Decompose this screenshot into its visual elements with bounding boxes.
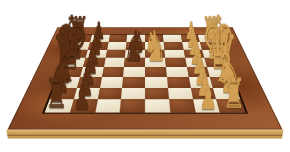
piece-black-pawn[interactable]: ♟ [73,81,91,114]
square-a3[interactable] [169,99,195,112]
square-d6[interactable] [102,67,125,77]
square-d3[interactable] [166,67,189,77]
square-a5[interactable] [120,99,145,112]
square-d4[interactable] [145,67,167,77]
square-b4[interactable] [145,88,169,100]
square-b3[interactable] [168,88,193,100]
square-c6[interactable] [100,77,124,88]
piece-white-rook[interactable]: ♜ [222,73,245,114]
square-e5[interactable]: ♞ [124,58,145,67]
square-c5[interactable] [122,77,145,88]
square-a7[interactable]: ♟ [70,99,98,112]
square-a2[interactable]: ♟ [193,99,221,112]
square-f3[interactable] [164,50,185,58]
square-e4[interactable]: ♞ [145,58,166,67]
board-front-edge [6,129,284,138]
piece-black-rook[interactable]: ♜ [45,73,68,114]
square-a1[interactable]: ♜ [216,99,245,112]
square-d5[interactable] [123,67,145,77]
square-b6[interactable] [97,88,122,100]
square-a6[interactable] [95,99,121,112]
square-e6[interactable] [104,58,126,67]
board-grid: ♜♟♟♜♟♟♝♟♟♝♚♟♞♞♟♚♛♟♟♛♝♟♟♝♞♟♟♞♜♟♟♜ [42,34,248,114]
piece-white-pawn[interactable]: ♟ [199,81,217,114]
square-c4[interactable] [145,77,168,88]
square-e3[interactable] [165,58,187,67]
chess-set-photo: ♜♟♟♜♟♟♝♟♟♝♚♟♞♞♟♚♛♟♟♛♝♟♟♝♞♟♟♞♜♟♟♜ [0,0,290,152]
piece-white-knight[interactable]: ♞ [144,26,167,68]
square-c3[interactable] [167,77,191,88]
board-frame: ♜♟♟♜♟♟♝♟♟♝♚♟♞♞♟♚♛♟♟♛♝♟♟♝♞♟♟♞♜♟♟♜ [8,27,283,129]
square-b5[interactable] [121,88,145,100]
square-a4[interactable] [145,99,170,112]
chess-board: ♜♟♟♜♟♟♝♟♟♝♚♟♞♞♟♚♛♟♟♛♝♟♟♝♞♟♟♞♜♟♟♜ [8,27,283,129]
